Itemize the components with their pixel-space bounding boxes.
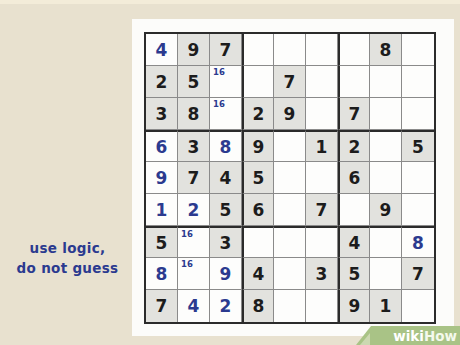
sudoku-cell-r1c3[interactable]: 7 <box>210 34 242 66</box>
solved-digit: 4 <box>188 296 200 316</box>
sudoku-cell-r7c6[interactable] <box>306 226 338 258</box>
given-digit: 5 <box>156 233 168 253</box>
sudoku-cell-r8c3[interactable]: 9 <box>210 258 242 290</box>
sudoku-cell-r9c9[interactable] <box>402 290 434 322</box>
sudoku-cell-r7c8[interactable] <box>370 226 402 258</box>
sudoku-cell-r2c4[interactable] <box>242 66 274 98</box>
given-digit: 5 <box>253 168 265 188</box>
sudoku-cell-r4c7[interactable]: 2 <box>338 130 370 162</box>
solved-digit: 4 <box>156 40 168 60</box>
sudoku-cell-r4c6[interactable]: 1 <box>306 130 338 162</box>
sudoku-cell-r9c5[interactable] <box>274 290 306 322</box>
given-digit: 9 <box>253 137 265 157</box>
sudoku-cell-r2c9[interactable] <box>402 66 434 98</box>
sudoku-cell-r3c5[interactable]: 9 <box>274 98 306 130</box>
sudoku-cell-r6c2[interactable]: 2 <box>178 194 210 226</box>
given-digit: 3 <box>156 104 168 124</box>
solved-digit: 8 <box>220 137 232 157</box>
sudoku-cell-r4c1[interactable]: 6 <box>146 130 178 162</box>
sudoku-cell-r3c3[interactable]: 16 <box>210 98 242 130</box>
pencil-mark: 16 <box>213 99 225 109</box>
given-digit: 4 <box>349 233 361 253</box>
sudoku-cell-r8c4[interactable]: 4 <box>242 258 274 290</box>
given-digit: 5 <box>349 264 361 284</box>
sudoku-cell-r4c2[interactable]: 3 <box>178 130 210 162</box>
sudoku-cell-r6c8[interactable]: 9 <box>370 194 402 226</box>
given-digit: 8 <box>380 40 392 60</box>
sudoku-cell-r9c1[interactable]: 7 <box>146 290 178 322</box>
given-digit: 1 <box>316 137 328 157</box>
sudoku-cell-r1c7[interactable] <box>338 34 370 66</box>
given-digit: 7 <box>284 72 296 92</box>
sudoku-cell-r3c8[interactable] <box>370 98 402 130</box>
given-digit: 9 <box>188 40 200 60</box>
sudoku-cell-r5c3[interactable]: 4 <box>210 162 242 194</box>
sudoku-cell-r2c2[interactable]: 5 <box>178 66 210 98</box>
given-digit: 3 <box>220 233 232 253</box>
sudoku-cell-r4c8[interactable] <box>370 130 402 162</box>
sudoku-cell-r8c1[interactable]: 8 <box>146 258 178 290</box>
sudoku-cell-r7c1[interactable]: 5 <box>146 226 178 258</box>
sudoku-cell-r5c9[interactable] <box>402 162 434 194</box>
sudoku-board: 4978251673816297638912597456125679516348… <box>144 32 436 324</box>
sudoku-cell-r9c2[interactable]: 4 <box>178 290 210 322</box>
wikihow-watermark: wikiHow <box>356 326 460 345</box>
given-digit: 2 <box>349 137 361 157</box>
sudoku-cell-r8c5[interactable] <box>274 258 306 290</box>
sudoku-cell-r8c7[interactable]: 5 <box>338 258 370 290</box>
given-digit: 7 <box>188 168 200 188</box>
given-digit: 5 <box>188 72 200 92</box>
given-digit: 5 <box>220 200 232 220</box>
sudoku-cell-r1c1[interactable]: 4 <box>146 34 178 66</box>
sudoku-cell-r6c3[interactable]: 5 <box>210 194 242 226</box>
sudoku-cell-r4c9[interactable]: 5 <box>402 130 434 162</box>
pencil-mark: 16 <box>213 67 225 77</box>
given-digit: 3 <box>188 137 200 157</box>
sudoku-cell-r4c5[interactable] <box>274 130 306 162</box>
solved-digit: 8 <box>412 233 424 253</box>
given-digit: 2 <box>253 104 265 124</box>
sudoku-cell-r5c8[interactable] <box>370 162 402 194</box>
sudoku-cell-r5c4[interactable]: 5 <box>242 162 274 194</box>
solved-digit: 2 <box>188 200 200 220</box>
sudoku-cell-r2c5[interactable]: 7 <box>274 66 306 98</box>
sudoku-cell-r3c7[interactable]: 7 <box>338 98 370 130</box>
given-digit: 7 <box>349 104 361 124</box>
given-digit: 8 <box>188 104 200 124</box>
sudoku-cell-r8c8[interactable] <box>370 258 402 290</box>
pencil-mark: 16 <box>181 259 193 269</box>
sudoku-cell-r5c2[interactable]: 7 <box>178 162 210 194</box>
given-digit: 7 <box>156 296 168 316</box>
sudoku-cell-r8c9[interactable]: 7 <box>402 258 434 290</box>
sudoku-cell-r6c4[interactable]: 6 <box>242 194 274 226</box>
sudoku-cell-r2c3[interactable]: 16 <box>210 66 242 98</box>
given-digit: 3 <box>316 264 328 284</box>
given-digit: 6 <box>349 168 361 188</box>
sudoku-cell-r8c6[interactable]: 3 <box>306 258 338 290</box>
sudoku-cell-r7c2[interactable]: 16 <box>178 226 210 258</box>
sudoku-cell-r9c7[interactable]: 9 <box>338 290 370 322</box>
sudoku-cell-r9c4[interactable]: 8 <box>242 290 274 322</box>
sudoku-cell-r3c4[interactable]: 2 <box>242 98 274 130</box>
sudoku-cell-r3c6[interactable] <box>306 98 338 130</box>
sudoku-cell-r6c9[interactable] <box>402 194 434 226</box>
sudoku-cell-r2c7[interactable] <box>338 66 370 98</box>
given-digit: 8 <box>253 296 265 316</box>
pencil-mark: 16 <box>181 229 193 239</box>
sudoku-cell-r1c5[interactable] <box>274 34 306 66</box>
watermark-how-text: How <box>424 328 457 344</box>
given-digit: 2 <box>156 72 168 92</box>
sudoku-cell-r2c8[interactable] <box>370 66 402 98</box>
solved-digit: 9 <box>156 168 168 188</box>
watermark-wiki-text: wiki <box>393 328 424 344</box>
sudoku-cell-r9c3[interactable]: 2 <box>210 290 242 322</box>
given-digit: 9 <box>380 200 392 220</box>
sudoku-cell-r3c1[interactable]: 3 <box>146 98 178 130</box>
sudoku-cell-r5c5[interactable] <box>274 162 306 194</box>
solved-digit: 6 <box>156 137 168 157</box>
solved-digit: 9 <box>220 264 232 284</box>
caption-line-2: do not guess <box>5 258 130 278</box>
given-digit: 1 <box>380 296 392 316</box>
solved-digit: 1 <box>156 200 168 220</box>
sudoku-cell-r4c3[interactable]: 8 <box>210 130 242 162</box>
sudoku-cell-r2c6[interactable] <box>306 66 338 98</box>
given-digit: 4 <box>253 264 265 284</box>
sudoku-cell-r7c5[interactable] <box>274 226 306 258</box>
caption-line-1: use logic, <box>5 238 130 258</box>
sudoku-cell-r1c2[interactable]: 9 <box>178 34 210 66</box>
given-digit: 7 <box>316 200 328 220</box>
sudoku-cell-r3c9[interactable] <box>402 98 434 130</box>
caption: use logic, do not guess <box>5 238 130 278</box>
sudoku-cell-r4c4[interactable]: 9 <box>242 130 274 162</box>
given-digit: 5 <box>412 137 424 157</box>
top-strip <box>0 0 460 4</box>
sudoku-cell-r9c8[interactable]: 1 <box>370 290 402 322</box>
sudoku-cell-r1c6[interactable] <box>306 34 338 66</box>
sudoku-cell-r6c5[interactable] <box>274 194 306 226</box>
given-digit: 4 <box>220 168 232 188</box>
sudoku-cell-r1c8[interactable]: 8 <box>370 34 402 66</box>
sudoku-cell-r6c6[interactable]: 7 <box>306 194 338 226</box>
given-digit: 9 <box>349 296 361 316</box>
given-digit: 7 <box>412 264 424 284</box>
sudoku-cell-r7c3[interactable]: 3 <box>210 226 242 258</box>
sudoku-cell-r6c7[interactable] <box>338 194 370 226</box>
sudoku-cell-r7c9[interactable]: 8 <box>402 226 434 258</box>
sudoku-cell-r3c2[interactable]: 8 <box>178 98 210 130</box>
sudoku-cell-r1c4[interactable] <box>242 34 274 66</box>
sudoku-cell-r1c9[interactable] <box>402 34 434 66</box>
sudoku-cell-r8c2[interactable]: 16 <box>178 258 210 290</box>
sudoku-cell-r5c1[interactable]: 9 <box>146 162 178 194</box>
sudoku-cell-r5c7[interactable]: 6 <box>338 162 370 194</box>
given-digit: 6 <box>253 200 265 220</box>
sudoku-cell-r7c4[interactable] <box>242 226 274 258</box>
sudoku-cell-r5c6[interactable] <box>306 162 338 194</box>
solved-digit: 8 <box>156 264 168 284</box>
given-digit: 9 <box>284 104 296 124</box>
given-digit: 7 <box>220 40 232 60</box>
sudoku-cell-r9c6[interactable] <box>306 290 338 322</box>
sudoku-cell-r6c1[interactable]: 1 <box>146 194 178 226</box>
solved-digit: 2 <box>220 296 232 316</box>
sudoku-cell-r7c7[interactable]: 4 <box>338 226 370 258</box>
sudoku-cell-r2c1[interactable]: 2 <box>146 66 178 98</box>
